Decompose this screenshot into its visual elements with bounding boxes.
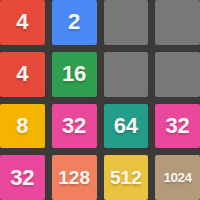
- tile-64-r3c3: 64: [104, 104, 149, 149]
- tile-4-r2c1: 4: [0, 52, 45, 97]
- tile-8-r3c1: 8: [0, 104, 45, 149]
- tile-value: 8: [16, 115, 28, 137]
- tile-value: 32: [10, 167, 34, 189]
- tile-value: 1024: [164, 171, 192, 185]
- empty-cell-r1c4: [155, 0, 200, 45]
- tile-value: 16: [62, 63, 86, 85]
- tile-value: 512: [110, 168, 142, 187]
- tile-16-r2c2: 16: [52, 52, 97, 97]
- tile-value: 32: [62, 115, 86, 137]
- tile-32-r4c1: 32: [0, 155, 45, 200]
- tile-4-r1c1: 4: [0, 0, 45, 45]
- tile-value: 4: [16, 63, 28, 85]
- tile-value: 2: [68, 11, 80, 33]
- tile-value: 4: [16, 11, 28, 33]
- tile-value: 32: [165, 115, 189, 137]
- tile-1024-r4c4: 1024: [155, 155, 200, 200]
- empty-cell-r2c3: [104, 52, 149, 97]
- tile-value: 64: [114, 115, 138, 137]
- tile-128-r4c2: 128: [52, 155, 97, 200]
- tile-2-r1c2: 2: [52, 0, 97, 45]
- empty-cell-r1c3: [104, 0, 149, 45]
- tile-32-r3c2: 32: [52, 104, 97, 149]
- tile-32-r3c4: 32: [155, 104, 200, 149]
- game-board-2048[interactable]: 424168326432321285121024: [0, 0, 200, 200]
- tile-512-r4c3: 512: [104, 155, 149, 200]
- empty-cell-r2c4: [155, 52, 200, 97]
- tile-value: 128: [58, 168, 90, 187]
